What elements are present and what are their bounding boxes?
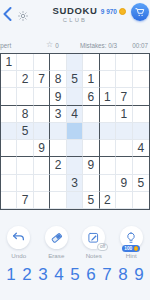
coin-balance-block: 9 970: [101, 8, 126, 15]
cell-r9c5[interactable]: [67, 192, 83, 209]
cell-r3c9[interactable]: [133, 88, 149, 105]
cell-r8c8[interactable]: 9: [116, 175, 132, 192]
cell-r6c5[interactable]: [67, 140, 83, 157]
cell-r6c9[interactable]: 4: [133, 140, 149, 157]
cell-r9c8[interactable]: [116, 192, 132, 209]
cell-r5c9[interactable]: [133, 123, 149, 140]
cell-r4c6[interactable]: [83, 106, 99, 123]
cell-r1c9[interactable]: [133, 54, 149, 71]
cell-r9c3[interactable]: [34, 192, 50, 209]
cell-r5c7[interactable]: [100, 123, 116, 140]
gear-icon: [17, 10, 29, 22]
cell-r8c2[interactable]: [17, 175, 33, 192]
sudoku-grid: 1278519617834159429395752: [0, 53, 150, 210]
cell-r3c1[interactable]: [1, 88, 17, 105]
lightbulb-icon: [125, 231, 137, 245]
mistakes-label: Mistakes: 0/3: [80, 42, 117, 49]
cell-r6c3[interactable]: 9: [34, 140, 50, 157]
cell-r7c8[interactable]: [116, 157, 132, 174]
cart-icon: [135, 7, 145, 17]
cell-r5c5[interactable]: [67, 123, 83, 140]
numpad-5[interactable]: 5: [68, 265, 82, 285]
cell-r5c2[interactable]: 5: [17, 123, 33, 140]
cell-r1c6[interactable]: [83, 54, 99, 71]
cell-r8c3[interactable]: [34, 175, 50, 192]
cell-r9c2[interactable]: 7: [17, 192, 33, 209]
cell-r2c5[interactable]: 5: [67, 71, 83, 88]
back-button[interactable]: [3, 6, 15, 22]
cell-r4c1[interactable]: [1, 106, 17, 123]
cell-r4c4[interactable]: 3: [50, 106, 66, 123]
timer: 00:07: [132, 42, 148, 49]
cell-r6c1[interactable]: [1, 140, 17, 157]
undo-label: Undo: [11, 252, 26, 259]
numpad-3[interactable]: 3: [36, 265, 50, 285]
cell-r8c4[interactable]: [50, 175, 66, 192]
cell-r4c3[interactable]: [34, 106, 50, 123]
header: SUDOKU CLUB 9 970: [0, 0, 150, 38]
settings-button[interactable]: [17, 8, 29, 20]
cell-r2c6[interactable]: 1: [83, 71, 99, 88]
back-chevron-icon: [3, 7, 12, 21]
hint-button[interactable]: 100 Hint: [114, 226, 148, 259]
cell-r7c1[interactable]: [1, 157, 17, 174]
cell-r7c3[interactable]: [34, 157, 50, 174]
cell-r5c6[interactable]: [83, 123, 99, 140]
notes-off-badge: off: [97, 243, 108, 252]
cell-r4c8[interactable]: 1: [116, 106, 132, 123]
cell-r5c1[interactable]: [1, 123, 17, 140]
cell-r6c8[interactable]: [116, 140, 132, 157]
numpad-4[interactable]: 4: [52, 265, 66, 285]
cell-r6c2[interactable]: [17, 140, 33, 157]
cell-r9c1[interactable]: [1, 192, 17, 209]
cell-r6c6[interactable]: [83, 140, 99, 157]
numpad-8[interactable]: 8: [116, 265, 130, 285]
cell-r2c9[interactable]: [133, 71, 149, 88]
cell-r1c8[interactable]: [116, 54, 132, 71]
cell-r4c9[interactable]: [133, 106, 149, 123]
cell-r3c7[interactable]: 1: [100, 88, 116, 105]
notes-icon: [87, 231, 100, 244]
cell-r2c4[interactable]: 8: [50, 71, 66, 88]
cell-r3c4[interactable]: 9: [50, 88, 66, 105]
numpad-9[interactable]: 9: [132, 265, 146, 285]
cell-r2c1[interactable]: [1, 71, 17, 88]
numpad: 123456789: [0, 260, 150, 290]
star-count: 0: [55, 42, 59, 49]
cell-r7c4[interactable]: 2: [50, 157, 66, 174]
cell-r5c8[interactable]: [116, 123, 132, 140]
cell-r1c4[interactable]: [50, 54, 66, 71]
hint-coin-icon: [134, 246, 139, 251]
numpad-1[interactable]: 1: [4, 265, 18, 285]
eraser-icon: [50, 231, 63, 244]
cell-r1c1[interactable]: 1: [1, 54, 17, 71]
hint-cost: 100: [124, 246, 132, 252]
cell-r7c2[interactable]: [17, 157, 33, 174]
erase-label: Erase: [48, 252, 64, 259]
cell-r2c3[interactable]: 7: [34, 71, 50, 88]
cell-r8c7[interactable]: [100, 175, 116, 192]
cell-r9c9[interactable]: [133, 192, 149, 209]
info-bar: Expert ☆ 0 Mistakes: 0/3 00:07: [0, 40, 150, 52]
cell-r7c5[interactable]: [67, 157, 83, 174]
cell-r5c4[interactable]: [50, 123, 66, 140]
cell-r3c3[interactable]: [34, 88, 50, 105]
cell-r9c6[interactable]: 5: [83, 192, 99, 209]
cell-r1c2[interactable]: [17, 54, 33, 71]
hint-cost-badge: 100: [122, 245, 140, 253]
cell-r3c5[interactable]: [67, 88, 83, 105]
notes-button[interactable]: off Notes: [77, 226, 111, 259]
cell-r4c7[interactable]: [100, 106, 116, 123]
notes-label: Notes: [86, 252, 102, 259]
cell-r3c6[interactable]: 6: [83, 88, 99, 105]
hint-label: Hint: [126, 252, 137, 259]
cell-r1c5[interactable]: [67, 54, 83, 71]
sudoku-app: SUDOKU CLUB 9 970 Expert ☆ 0 Mistakes: 0…: [0, 0, 150, 300]
cell-r1c7[interactable]: [100, 54, 116, 71]
numpad-6[interactable]: 6: [84, 265, 98, 285]
cell-r8c1[interactable]: [1, 175, 17, 192]
star-icon: ☆: [46, 41, 53, 49]
shop-button[interactable]: [131, 3, 149, 21]
cell-r4c2[interactable]: 8: [17, 106, 33, 123]
toolbar: Undo Erase: [0, 226, 150, 259]
cell-r7c9[interactable]: [133, 157, 149, 174]
cell-r2c2[interactable]: 2: [17, 71, 33, 88]
coin-balance: 9 970: [101, 8, 117, 15]
coin-icon: [119, 8, 126, 15]
cell-r8c6[interactable]: [83, 175, 99, 192]
cell-r9c7[interactable]: 2: [100, 192, 116, 209]
cell-r2c7[interactable]: [100, 71, 116, 88]
undo-icon: [12, 231, 25, 244]
cell-r1c3[interactable]: [34, 54, 50, 71]
cell-r3c2[interactable]: [17, 88, 33, 105]
undo-button[interactable]: Undo: [2, 226, 36, 259]
cell-r5c3[interactable]: [34, 123, 50, 140]
cell-r7c7[interactable]: [100, 157, 116, 174]
numpad-2[interactable]: 2: [20, 265, 34, 285]
cell-r2c8[interactable]: [116, 71, 132, 88]
star-counter: ☆ 0: [46, 41, 59, 49]
cell-r8c5[interactable]: 3: [67, 175, 83, 192]
cell-r6c4[interactable]: [50, 140, 66, 157]
cell-r8c9[interactable]: 5: [133, 175, 149, 192]
difficulty-label: Expert: [0, 42, 11, 49]
cell-r7c6[interactable]: 9: [83, 157, 99, 174]
cell-r9c4[interactable]: [50, 192, 66, 209]
cell-r4c5[interactable]: 4: [67, 106, 83, 123]
cell-r6c7[interactable]: [100, 140, 116, 157]
erase-button[interactable]: Erase: [39, 226, 73, 259]
cell-r3c8[interactable]: 7: [116, 88, 132, 105]
numpad-7[interactable]: 7: [100, 265, 114, 285]
